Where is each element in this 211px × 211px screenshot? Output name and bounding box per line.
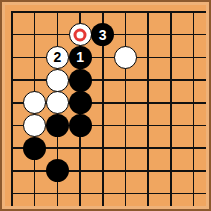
move-number-label: 3 <box>99 28 107 42</box>
go-board-diagram: 321 <box>0 0 211 211</box>
white-stone[interactable] <box>114 46 137 69</box>
white-stone[interactable] <box>23 114 46 137</box>
black-stone[interactable] <box>69 69 92 92</box>
move-number-label: 2 <box>53 50 61 64</box>
black-stone[interactable] <box>23 137 46 160</box>
circle-marker-icon <box>74 28 87 41</box>
white-stone[interactable]: 2 <box>46 46 69 69</box>
black-stone[interactable] <box>46 114 69 137</box>
move-number-label: 1 <box>76 50 84 64</box>
white-stone[interactable] <box>46 69 69 92</box>
goban[interactable]: 321 <box>1 1 205 205</box>
white-stone[interactable] <box>23 91 46 114</box>
white-stone[interactable] <box>46 91 69 114</box>
black-stone[interactable] <box>69 114 92 137</box>
black-stone[interactable] <box>69 91 92 114</box>
white-stone[interactable] <box>69 23 92 46</box>
black-stone[interactable] <box>46 159 69 182</box>
black-stone[interactable]: 1 <box>69 46 92 69</box>
black-stone[interactable]: 3 <box>91 23 114 46</box>
